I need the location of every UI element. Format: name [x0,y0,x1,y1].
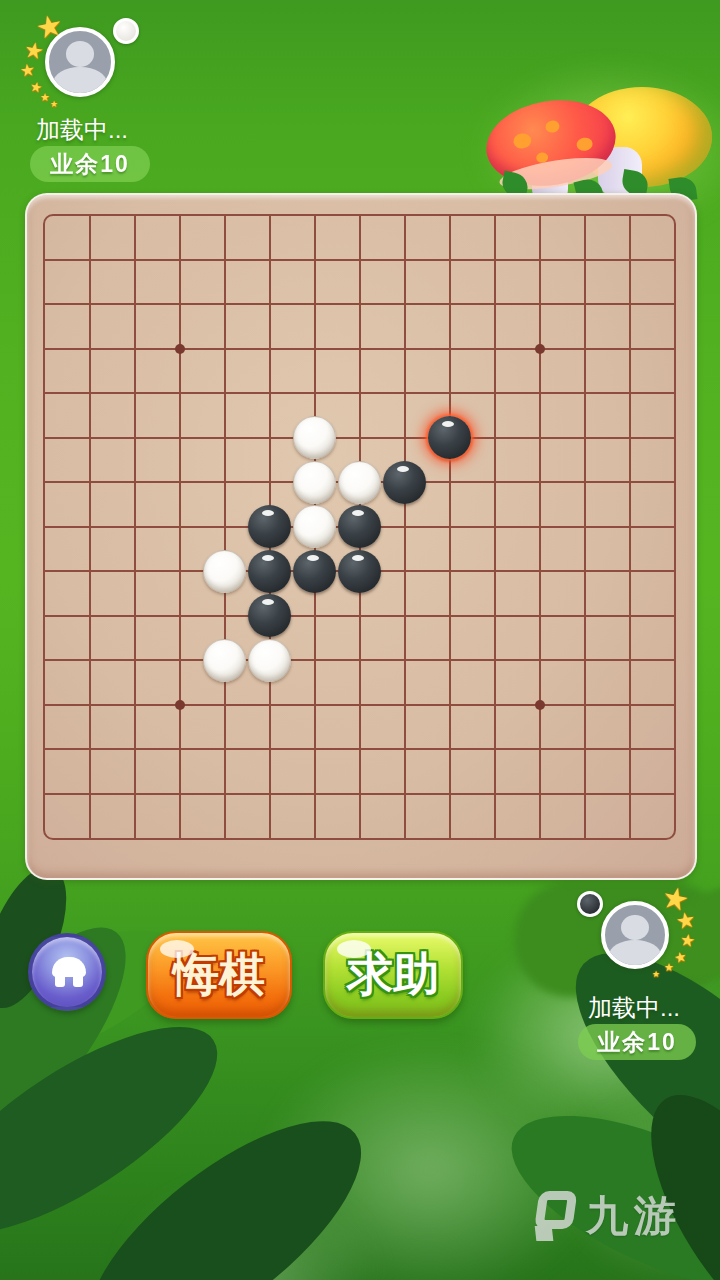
watermark-text: 九游 [586,1188,682,1244]
jiuyou-logo-icon [532,1191,579,1241]
stone-black: ● [293,550,336,593]
rank-badge: 业余10 [30,146,150,182]
light-blob [260,1040,600,1280]
avatar[interactable] [601,901,669,969]
white-stone-indicator [113,18,139,44]
rank-label: 业余10 [50,149,130,180]
avatar-person-icon [66,41,95,67]
black-stone-indicator [577,891,603,917]
avatar-person-icon [621,915,649,940]
rank-label: 业余10 [597,1027,677,1058]
leaf-decoration [55,1082,395,1280]
jiuyou-watermark: 九游 [536,1188,682,1244]
star-icon: ★ [664,962,674,973]
undo-button[interactable]: 悔棋 [146,931,292,1019]
mushroom-spot [545,120,561,134]
leaf-decoration [617,1068,720,1280]
stone-layer[interactable]: ○●○○●●○●○●●●●○○ [22,193,697,861]
star-icon: ★ [50,100,58,109]
button-shine [160,940,194,958]
stone-black: ● [248,505,291,548]
avatar-person-icon [53,67,106,97]
stone-black: ● [383,461,426,504]
stone-white: ○ [248,639,291,682]
stone-white: ○ [203,639,246,682]
stone-white: ○ [338,461,381,504]
avatar[interactable] [45,27,115,97]
star-icon: ★ [19,61,36,80]
star-icon: ★ [40,92,50,103]
stone-black: ● [338,505,381,548]
leaf-decoration [0,990,246,1270]
leaf-decoration [488,1080,720,1280]
light-blob [560,1090,720,1280]
home-button[interactable] [28,933,106,1011]
stone-white: ○ [293,461,336,504]
player-name: 加载中... [588,992,680,1024]
stone-white: ○ [293,505,336,548]
mushroom-decoration [480,85,715,200]
mushroom-spot [576,137,594,152]
stone-black: ● [248,594,291,637]
stone-white: ○ [293,416,336,459]
star-icon: ★ [652,970,660,979]
button-shine [337,940,371,958]
light-blob [120,1180,380,1280]
home-icon [52,957,86,987]
help-button[interactable]: 求助 [323,931,463,1019]
star-icon: ★ [679,931,696,950]
star-icon: ★ [673,949,688,965]
board-panel: ○●○○●●○●○●●●●○○ [25,193,697,880]
game-screen: ○●○○●●○●○●●●●○○ ★ ★ ★ ★ ★ ★ 加载中... 业余10 … [0,0,720,1280]
star-icon: ★ [22,38,45,63]
stone-black-last-move: ● [428,416,471,459]
mushroom-spot [535,152,548,164]
stone-black: ● [338,550,381,593]
player-name: 加载中... [36,114,128,146]
stone-white: ○ [203,550,246,593]
mushroom-spot [512,132,532,150]
rank-badge: 业余10 [578,1024,696,1060]
stone-black: ● [248,550,291,593]
